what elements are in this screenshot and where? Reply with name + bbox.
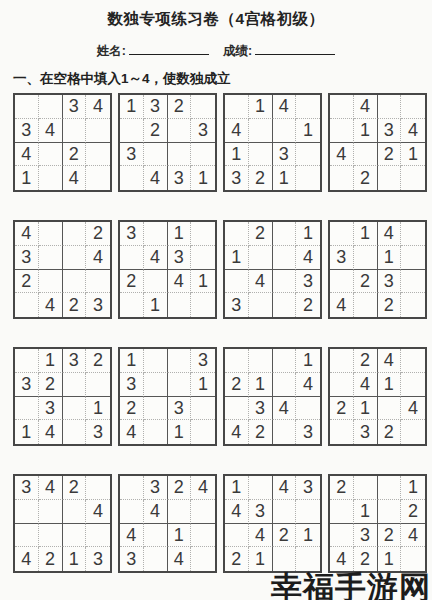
sudoku-cell-given: 2 xyxy=(330,397,354,421)
sudoku-cell-given: 3 xyxy=(191,119,215,143)
sudoku-cell-empty[interactable] xyxy=(191,293,215,317)
sudoku-cell-given: 2 xyxy=(15,270,39,294)
sudoku-cell-empty[interactable] xyxy=(39,222,63,246)
sudoku-cell-empty[interactable] xyxy=(249,119,273,143)
sudoku-cell-given: 4 xyxy=(273,95,297,119)
sudoku-cell-given: 3 xyxy=(15,246,39,270)
sudoku-cell-given: 3 xyxy=(249,500,273,524)
sudoku-cell-empty[interactable] xyxy=(86,524,110,548)
sudoku-cell-empty[interactable] xyxy=(191,524,215,548)
sudoku-cell-empty[interactable] xyxy=(120,119,144,143)
sudoku-cell-given: 1 xyxy=(354,119,378,143)
sudoku-cell-empty[interactable] xyxy=(330,95,354,119)
sudoku-cell-empty[interactable] xyxy=(273,547,297,571)
sudoku-cell-given: 3 xyxy=(168,397,192,421)
sudoku-cell-given: 1 xyxy=(120,95,144,119)
sudoku-cell-empty[interactable] xyxy=(144,349,168,373)
sudoku-cell-given: 4 xyxy=(330,143,354,167)
sudoku-cell-given: 4 xyxy=(86,95,110,119)
sudoku-cell-empty[interactable] xyxy=(144,373,168,397)
sudoku-cell-given: 3 xyxy=(354,524,378,548)
sudoku-cell-empty[interactable] xyxy=(401,95,425,119)
sudoku-cell-empty[interactable] xyxy=(168,349,192,373)
sudoku-cell-given: 1 xyxy=(249,373,273,397)
sudoku-cell-empty[interactable] xyxy=(63,119,87,143)
sudoku-cell-given: 2 xyxy=(168,95,192,119)
sudoku-cell-empty[interactable] xyxy=(168,293,192,317)
sudoku-cell-empty[interactable] xyxy=(15,500,39,524)
sudoku-cell-empty[interactable] xyxy=(296,500,320,524)
sudoku-cell-given: 3 xyxy=(354,420,378,444)
sudoku-cell-empty[interactable] xyxy=(39,500,63,524)
sudoku-cell-given: 3 xyxy=(120,143,144,167)
sudoku-cell-empty[interactable] xyxy=(273,373,297,397)
sudoku-cell-given: 1 xyxy=(120,349,144,373)
sudoku-cell-empty[interactable] xyxy=(273,270,297,294)
sudoku-cell-given: 3 xyxy=(225,293,249,317)
sudoku-cell-given: 4 xyxy=(191,476,215,500)
sudoku-cell-empty[interactable] xyxy=(168,373,192,397)
sudoku-cell-given: 4 xyxy=(39,476,63,500)
sudoku-cell-given: 3 xyxy=(63,349,87,373)
sudoku-cell-empty[interactable] xyxy=(144,270,168,294)
sudoku-board-14: 32444134 xyxy=(118,474,217,573)
name-score-line: 姓名:成绩: xyxy=(0,43,432,60)
sudoku-cell-given: 3 xyxy=(86,547,110,571)
sudoku-cell-given: 2 xyxy=(168,476,192,500)
sudoku-cell-given: 3 xyxy=(168,166,192,190)
sudoku-cell-empty[interactable] xyxy=(330,524,354,548)
sudoku-cell-given: 2 xyxy=(354,547,378,571)
sudoku-cell-given: 4 xyxy=(63,166,87,190)
sudoku-cell-given: 4 xyxy=(168,270,192,294)
sudoku-cell-given: 3 xyxy=(15,373,39,397)
sudoku-cell-empty[interactable] xyxy=(191,143,215,167)
sudoku-cell-empty[interactable] xyxy=(249,349,273,373)
sudoku-cell-empty[interactable] xyxy=(63,270,87,294)
sudoku-cell-given: 4 xyxy=(225,500,249,524)
sudoku-cell-given: 1 xyxy=(249,95,273,119)
sudoku-cell-given: 4 xyxy=(401,524,425,548)
sudoku-board-6: 31432411 xyxy=(118,220,217,319)
sudoku-cell-given: 4 xyxy=(120,420,144,444)
sudoku-cell-empty[interactable] xyxy=(330,420,354,444)
sudoku-cell-given: 2 xyxy=(120,270,144,294)
sudoku-cell-empty[interactable] xyxy=(330,119,354,143)
sudoku-cell-given: 4 xyxy=(39,293,63,317)
sudoku-cell-given: 2 xyxy=(39,373,63,397)
sudoku-cell-empty[interactable] xyxy=(401,166,425,190)
sudoku-cell-empty[interactable] xyxy=(191,397,215,421)
puzzle-grid-area: 3434421413223343114411332141344212423424… xyxy=(13,93,427,573)
sudoku-cell-given: 1 xyxy=(296,222,320,246)
score-label: 成绩: xyxy=(223,44,252,58)
sudoku-cell-empty[interactable] xyxy=(401,373,425,397)
sudoku-cell-empty[interactable] xyxy=(273,119,297,143)
sudoku-cell-given: 2 xyxy=(225,547,249,571)
sudoku-cell-empty[interactable] xyxy=(144,222,168,246)
sudoku-cell-given: 2 xyxy=(63,293,87,317)
name-input-blank[interactable] xyxy=(129,43,209,55)
sudoku-cell-empty[interactable] xyxy=(225,222,249,246)
sudoku-cell-empty[interactable] xyxy=(144,547,168,571)
sudoku-cell-given: 4 xyxy=(330,293,354,317)
sudoku-cell-empty[interactable] xyxy=(144,397,168,421)
sudoku-cell-given: 1 xyxy=(296,349,320,373)
sudoku-cell-empty[interactable] xyxy=(144,143,168,167)
sudoku-cell-empty[interactable] xyxy=(354,246,378,270)
sudoku-cell-empty[interactable] xyxy=(354,293,378,317)
sudoku-cell-empty[interactable] xyxy=(39,143,63,167)
sudoku-cell-given: 1 xyxy=(39,349,63,373)
sudoku-cell-given: 2 xyxy=(86,222,110,246)
sudoku-cell-empty[interactable] xyxy=(15,524,39,548)
sudoku-cell-empty[interactable] xyxy=(296,397,320,421)
sudoku-cell-given: 1 xyxy=(225,476,249,500)
sudoku-cell-empty[interactable] xyxy=(401,349,425,373)
sudoku-cell-empty[interactable] xyxy=(378,166,402,190)
sudoku-cell-given: 2 xyxy=(330,476,354,500)
sudoku-board-5: 42342423 xyxy=(13,220,112,319)
sudoku-cell-empty[interactable] xyxy=(86,166,110,190)
sudoku-cell-given: 1 xyxy=(354,397,378,421)
page-title: 数独专项练习卷（4宫格初级） xyxy=(0,0,432,30)
sudoku-cell-given: 1 xyxy=(273,166,297,190)
sudoku-cell-given: 1 xyxy=(354,222,378,246)
sudoku-cell-given: 1 xyxy=(378,246,402,270)
sudoku-cell-empty[interactable] xyxy=(15,95,39,119)
sudoku-cell-empty[interactable] xyxy=(15,349,39,373)
sudoku-cell-given: 2 xyxy=(63,143,87,167)
sudoku-cell-empty[interactable] xyxy=(354,476,378,500)
sudoku-cell-given: 1 xyxy=(401,143,425,167)
sudoku-cell-given: 2 xyxy=(86,349,110,373)
sudoku-cell-given: 2 xyxy=(63,476,87,500)
sudoku-cell-empty[interactable] xyxy=(273,222,297,246)
sudoku-board-11: 121434423 xyxy=(223,347,322,446)
sudoku-cell-given: 1 xyxy=(63,547,87,571)
sudoku-cell-empty[interactable] xyxy=(120,166,144,190)
sudoku-cell-empty[interactable] xyxy=(144,524,168,548)
sudoku-cell-given: 4 xyxy=(15,222,39,246)
sudoku-cell-empty[interactable] xyxy=(168,119,192,143)
sudoku-cell-given: 2 xyxy=(378,524,402,548)
sudoku-cell-empty[interactable] xyxy=(86,373,110,397)
sudoku-cell-given: 3 xyxy=(86,420,110,444)
sudoku-cell-given: 4 xyxy=(144,500,168,524)
sudoku-cell-empty[interactable] xyxy=(401,420,425,444)
sudoku-cell-empty[interactable] xyxy=(63,420,87,444)
sudoku-cell-given: 2 xyxy=(249,222,273,246)
sudoku-cell-empty[interactable] xyxy=(330,349,354,373)
sudoku-cell-given: 2 xyxy=(354,270,378,294)
sudoku-cell-given: 3 xyxy=(296,270,320,294)
sudoku-cell-given: 4 xyxy=(168,547,192,571)
sudoku-cell-given: 4 xyxy=(354,373,378,397)
sudoku-cell-empty[interactable] xyxy=(63,500,87,524)
sudoku-cell-empty[interactable] xyxy=(15,293,39,317)
sudoku-cell-given: 2 xyxy=(378,293,402,317)
sudoku-cell-given: 1 xyxy=(168,524,192,548)
sudoku-cell-given: 2 xyxy=(378,143,402,167)
watermark: 幸福手游网 xyxy=(271,572,431,600)
sudoku-cell-given: 2 xyxy=(120,397,144,421)
sudoku-cell-empty[interactable] xyxy=(296,547,320,571)
sudoku-cell-given: 2 xyxy=(401,500,425,524)
sudoku-cell-given: 3 xyxy=(249,397,273,421)
sudoku-cell-given: 4 xyxy=(120,524,144,548)
sudoku-board-10: 13312341 xyxy=(118,347,217,446)
sudoku-cell-given: 1 xyxy=(225,143,249,167)
sudoku-cell-given: 2 xyxy=(296,293,320,317)
sudoku-cell-empty[interactable] xyxy=(378,476,402,500)
sudoku-cell-given: 4 xyxy=(401,119,425,143)
sudoku-cell-given: 4 xyxy=(225,420,249,444)
sudoku-cell-given: 1 xyxy=(144,293,168,317)
sudoku-cell-empty[interactable] xyxy=(225,270,249,294)
sudoku-cell-given: 4 xyxy=(354,95,378,119)
sudoku-cell-given: 1 xyxy=(225,246,249,270)
sudoku-board-4: 41344212 xyxy=(328,93,427,192)
sudoku-cell-given: 2 xyxy=(249,420,273,444)
sudoku-board-9: 1323231143 xyxy=(13,347,112,446)
sudoku-cell-empty[interactable] xyxy=(378,500,402,524)
sudoku-board-15: 1434342121 xyxy=(223,474,322,573)
sudoku-cell-empty[interactable] xyxy=(354,143,378,167)
sudoku-cell-given: 4 xyxy=(86,246,110,270)
sudoku-cell-given: 4 xyxy=(39,119,63,143)
sudoku-cell-given: 1 xyxy=(168,222,192,246)
sudoku-cell-empty[interactable] xyxy=(191,547,215,571)
sudoku-cell-given: 3 xyxy=(120,222,144,246)
sudoku-cell-empty[interactable] xyxy=(39,95,63,119)
sudoku-cell-empty[interactable] xyxy=(168,500,192,524)
sudoku-cell-given: 4 xyxy=(273,397,297,421)
sudoku-cell-given: 1 xyxy=(191,270,215,294)
sudoku-cell-empty[interactable] xyxy=(401,222,425,246)
sudoku-cell-empty[interactable] xyxy=(273,420,297,444)
sudoku-cell-given: 3 xyxy=(296,420,320,444)
sudoku-cell-given: 3 xyxy=(39,397,63,421)
sudoku-cell-given: 3 xyxy=(168,246,192,270)
sudoku-cell-given: 2 xyxy=(39,547,63,571)
sudoku-cell-given: 3 xyxy=(191,349,215,373)
sudoku-cell-empty[interactable] xyxy=(330,373,354,397)
sudoku-cell-empty[interactable] xyxy=(225,397,249,421)
sudoku-cell-empty[interactable] xyxy=(63,222,87,246)
sudoku-cell-given: 1 xyxy=(86,397,110,421)
sudoku-cell-empty[interactable] xyxy=(39,246,63,270)
sudoku-cell-empty[interactable] xyxy=(273,500,297,524)
sudoku-cell-given: 3 xyxy=(15,476,39,500)
sudoku-cell-empty[interactable] xyxy=(63,397,87,421)
sudoku-cell-empty[interactable] xyxy=(86,270,110,294)
sudoku-cell-given: 3 xyxy=(273,143,297,167)
sudoku-cell-empty[interactable] xyxy=(191,420,215,444)
sudoku-cell-empty[interactable] xyxy=(120,246,144,270)
sudoku-cell-empty[interactable] xyxy=(401,293,425,317)
sudoku-cell-given: 4 xyxy=(86,500,110,524)
sudoku-cell-given: 4 xyxy=(273,476,297,500)
sudoku-cell-given: 4 xyxy=(296,373,320,397)
sudoku-cell-empty[interactable] xyxy=(401,270,425,294)
sudoku-cell-empty[interactable] xyxy=(63,524,87,548)
sudoku-cell-given: 3 xyxy=(330,246,354,270)
sudoku-cell-empty[interactable] xyxy=(15,397,39,421)
sudoku-cell-empty[interactable] xyxy=(39,524,63,548)
sudoku-cell-empty[interactable] xyxy=(401,547,425,571)
sudoku-cell-empty[interactable] xyxy=(273,246,297,270)
sudoku-cell-empty[interactable] xyxy=(39,166,63,190)
sudoku-cell-given: 1 xyxy=(296,524,320,548)
sudoku-cell-given: 3 xyxy=(378,119,402,143)
sudoku-cell-given: 4 xyxy=(249,524,273,548)
sudoku-cell-given: 4 xyxy=(144,246,168,270)
sudoku-cell-given: 4 xyxy=(378,222,402,246)
sudoku-cell-empty[interactable] xyxy=(296,166,320,190)
sudoku-cell-empty[interactable] xyxy=(86,476,110,500)
sudoku-cell-given: 2 xyxy=(225,373,249,397)
sudoku-cell-given: 1 xyxy=(354,500,378,524)
sudoku-cell-given: 1 xyxy=(378,373,402,397)
sudoku-cell-given: 1 xyxy=(191,166,215,190)
sudoku-board-16: 2112324421 xyxy=(328,474,427,573)
sudoku-cell-empty[interactable] xyxy=(249,476,273,500)
sudoku-cell-given: 1 xyxy=(378,547,402,571)
sudoku-board-8: 14312342 xyxy=(328,220,427,319)
sudoku-cell-empty[interactable] xyxy=(225,524,249,548)
sudoku-cell-empty[interactable] xyxy=(273,293,297,317)
sudoku-cell-empty[interactable] xyxy=(191,95,215,119)
sudoku-cell-given: 1 xyxy=(249,547,273,571)
sudoku-cell-empty[interactable] xyxy=(144,420,168,444)
sudoku-cell-empty[interactable] xyxy=(249,293,273,317)
sudoku-cell-empty[interactable] xyxy=(86,143,110,167)
sudoku-board-13: 34244213 xyxy=(13,474,112,573)
sudoku-cell-empty[interactable] xyxy=(225,95,249,119)
sudoku-cell-empty[interactable] xyxy=(39,270,63,294)
sudoku-cell-given: 4 xyxy=(330,547,354,571)
sudoku-cell-given: 4 xyxy=(249,270,273,294)
sudoku-cell-empty[interactable] xyxy=(191,500,215,524)
sudoku-cell-given: 2 xyxy=(354,166,378,190)
worksheet-page: 数独专项练习卷（4宫格初级） 姓名:成绩: 一、在空格中填入1～4，使数独成立 … xyxy=(0,0,432,600)
sudoku-cell-empty[interactable] xyxy=(378,397,402,421)
name-label: 姓名: xyxy=(97,44,126,58)
sudoku-cell-empty[interactable] xyxy=(120,293,144,317)
sudoku-cell-empty[interactable] xyxy=(168,143,192,167)
sudoku-cell-empty[interactable] xyxy=(120,500,144,524)
sudoku-cell-given: 3 xyxy=(144,95,168,119)
sudoku-cell-given: 3 xyxy=(378,270,402,294)
sudoku-board-1: 34344214 xyxy=(13,93,112,192)
sudoku-board-12: 244121432 xyxy=(328,347,427,446)
sudoku-cell-given: 3 xyxy=(144,476,168,500)
sudoku-cell-given: 3 xyxy=(225,166,249,190)
sudoku-cell-given: 1 xyxy=(401,476,425,500)
sudoku-cell-given: 4 xyxy=(401,397,425,421)
sudoku-cell-empty[interactable] xyxy=(330,270,354,294)
sudoku-cell-given: 4 xyxy=(225,119,249,143)
sudoku-cell-empty[interactable] xyxy=(330,222,354,246)
sudoku-cell-given: 3 xyxy=(296,476,320,500)
sudoku-cell-empty[interactable] xyxy=(225,349,249,373)
instruction: 一、在空格中填入1～4，使数独成立 xyxy=(13,70,432,88)
sudoku-cell-empty[interactable] xyxy=(296,95,320,119)
sudoku-cell-given: 3 xyxy=(120,373,144,397)
sudoku-cell-given: 4 xyxy=(39,420,63,444)
sudoku-cell-given: 1 xyxy=(191,373,215,397)
sudoku-cell-given: 2 xyxy=(378,420,402,444)
sudoku-cell-empty[interactable] xyxy=(330,166,354,190)
sudoku-cell-empty[interactable] xyxy=(63,246,87,270)
sudoku-cell-empty[interactable] xyxy=(378,95,402,119)
sudoku-cell-empty[interactable] xyxy=(296,143,320,167)
sudoku-cell-given: 2 xyxy=(144,119,168,143)
sudoku-cell-given: 4 xyxy=(15,143,39,167)
sudoku-cell-empty[interactable] xyxy=(249,143,273,167)
sudoku-cell-given: 1 xyxy=(15,166,39,190)
sudoku-cell-empty[interactable] xyxy=(330,500,354,524)
sudoku-cell-given: 4 xyxy=(378,349,402,373)
score-input-blank[interactable] xyxy=(255,43,335,55)
sudoku-cell-empty[interactable] xyxy=(86,119,110,143)
sudoku-cell-empty[interactable] xyxy=(191,246,215,270)
sudoku-cell-given: 3 xyxy=(63,95,87,119)
sudoku-cell-given: 2 xyxy=(354,349,378,373)
sudoku-cell-given: 2 xyxy=(273,524,297,548)
sudoku-cell-given: 3 xyxy=(15,119,39,143)
sudoku-cell-given: 2 xyxy=(249,166,273,190)
sudoku-cell-given: 1 xyxy=(15,420,39,444)
sudoku-cell-empty[interactable] xyxy=(120,476,144,500)
sudoku-cell-empty[interactable] xyxy=(273,349,297,373)
sudoku-cell-given: 4 xyxy=(144,166,168,190)
sudoku-board-2: 132233431 xyxy=(118,93,217,192)
sudoku-cell-given: 4 xyxy=(296,246,320,270)
sudoku-cell-empty[interactable] xyxy=(63,373,87,397)
sudoku-cell-given: 3 xyxy=(120,547,144,571)
sudoku-cell-given: 3 xyxy=(86,293,110,317)
sudoku-cell-given: 1 xyxy=(296,119,320,143)
sudoku-board-7: 21144332 xyxy=(223,220,322,319)
sudoku-cell-given: 1 xyxy=(168,420,192,444)
sudoku-cell-empty[interactable] xyxy=(191,222,215,246)
sudoku-cell-given: 4 xyxy=(15,547,39,571)
sudoku-board-3: 144113321 xyxy=(223,93,322,192)
sudoku-cell-empty[interactable] xyxy=(401,246,425,270)
sudoku-cell-empty[interactable] xyxy=(249,246,273,270)
